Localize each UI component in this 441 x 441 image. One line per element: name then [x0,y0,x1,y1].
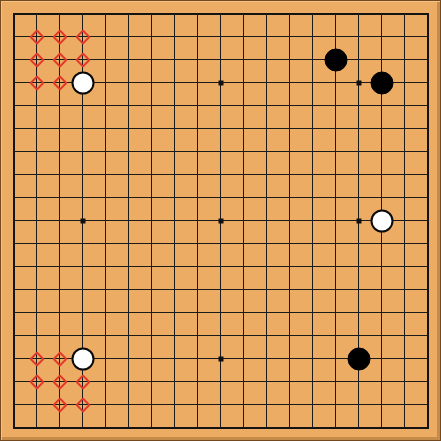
grid-line-vertical [243,14,244,428]
grid-line-vertical [404,14,405,428]
grid-line-horizontal [14,243,428,244]
black-stone-Q4 [347,347,370,370]
board-playing-area [2,2,439,439]
grid-line-horizontal [14,289,428,290]
grid-line-horizontal [14,266,428,267]
white-stone-R10 [370,209,393,232]
go-board [0,0,441,441]
grid-line-horizontal [14,312,428,313]
grid-line-vertical [312,14,313,428]
grid-line-vertical [335,14,336,428]
white-stone-D4 [71,347,94,370]
black-stone-P17 [324,48,347,71]
grid-line-vertical [289,14,290,428]
star-point-hoshi [218,356,223,361]
grid-line-horizontal [14,335,428,336]
star-point-hoshi [356,218,361,223]
grid-line-vertical [266,14,267,428]
black-stone-R16 [370,71,393,94]
star-point-hoshi [80,218,85,223]
star-point-hoshi [218,218,223,223]
star-point-hoshi [356,80,361,85]
white-stone-D16 [71,71,94,94]
star-point-hoshi [218,80,223,85]
